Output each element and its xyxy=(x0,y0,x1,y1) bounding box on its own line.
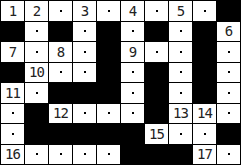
empty-letter-cell[interactable] xyxy=(169,22,192,42)
empty-letter-cell[interactable] xyxy=(49,1,72,21)
block-cell xyxy=(145,83,168,103)
empty-cell-dot xyxy=(36,30,38,32)
empty-letter-cell[interactable] xyxy=(25,42,48,62)
empty-letter-cell[interactable] xyxy=(1,104,24,124)
clue-number: 1 xyxy=(9,4,16,18)
empty-letter-cell[interactable] xyxy=(73,104,96,124)
empty-cell-dot xyxy=(84,71,86,73)
empty-letter-cell[interactable] xyxy=(169,124,192,144)
clue-number: 10 xyxy=(29,65,44,79)
empty-cell-dot xyxy=(156,51,158,53)
empty-cell-dot xyxy=(156,10,158,12)
empty-letter-cell[interactable] xyxy=(121,63,144,83)
empty-letter-cell[interactable] xyxy=(217,63,240,83)
empty-cell-dot xyxy=(36,92,38,94)
empty-letter-cell[interactable] xyxy=(193,124,216,144)
clue-number: 6 xyxy=(225,24,232,38)
empty-letter-cell[interactable] xyxy=(25,145,48,165)
empty-letter-cell[interactable] xyxy=(73,22,96,42)
empty-cell-dot xyxy=(84,30,86,32)
empty-cell-dot xyxy=(84,153,86,155)
empty-letter-cell[interactable] xyxy=(217,83,240,103)
empty-cell-dot xyxy=(204,10,206,12)
empty-letter-cell[interactable] xyxy=(217,42,240,62)
empty-letter-cell[interactable] xyxy=(145,42,168,62)
empty-cell-dot xyxy=(60,153,62,155)
numbered-cell-16[interactable]: 16 xyxy=(1,145,24,165)
numbered-cell-10[interactable]: 10 xyxy=(25,63,48,83)
numbered-cell-9[interactable]: 9 xyxy=(121,42,144,62)
empty-letter-cell[interactable] xyxy=(97,145,120,165)
numbered-cell-11[interactable]: 11 xyxy=(1,83,24,103)
empty-cell-dot xyxy=(228,71,230,73)
empty-letter-cell[interactable] xyxy=(121,104,144,124)
numbered-cell-2[interactable]: 2 xyxy=(25,1,48,21)
empty-letter-cell[interactable] xyxy=(169,42,192,62)
block-cell xyxy=(73,124,96,144)
empty-letter-cell[interactable] xyxy=(25,83,48,103)
block-cell xyxy=(73,83,96,103)
empty-cell-dot xyxy=(12,112,14,114)
clue-number: 17 xyxy=(197,147,212,161)
clue-number: 11 xyxy=(5,86,20,100)
block-cell xyxy=(97,124,120,144)
block-cell xyxy=(25,124,48,144)
numbered-cell-8[interactable]: 8 xyxy=(49,42,72,62)
empty-cell-dot xyxy=(180,133,182,135)
empty-letter-cell[interactable] xyxy=(1,124,24,144)
block-cell xyxy=(193,42,216,62)
empty-letter-cell[interactable] xyxy=(121,22,144,42)
numbered-cell-6[interactable]: 6 xyxy=(217,22,240,42)
empty-letter-cell[interactable] xyxy=(25,22,48,42)
empty-cell-dot xyxy=(180,71,182,73)
block-cell xyxy=(97,42,120,62)
numbered-cell-5[interactable]: 5 xyxy=(169,1,192,21)
clue-number: 15 xyxy=(149,127,164,141)
clue-number: 13 xyxy=(173,106,188,120)
empty-cell-dot xyxy=(180,51,182,53)
empty-letter-cell[interactable] xyxy=(217,104,240,124)
numbered-cell-12[interactable]: 12 xyxy=(49,104,72,124)
block-cell xyxy=(1,63,24,83)
empty-cell-dot xyxy=(36,153,38,155)
block-cell xyxy=(1,22,24,42)
empty-cell-dot xyxy=(228,51,230,53)
empty-letter-cell[interactable] xyxy=(217,145,240,165)
empty-letter-cell[interactable] xyxy=(49,63,72,83)
empty-letter-cell[interactable] xyxy=(49,145,72,165)
empty-cell-dot xyxy=(228,92,230,94)
empty-cell-dot xyxy=(108,153,110,155)
clue-number: 14 xyxy=(197,106,212,120)
empty-cell-dot xyxy=(132,112,134,114)
empty-cell-dot xyxy=(108,10,110,12)
clue-number: 7 xyxy=(9,45,16,59)
clue-number: 9 xyxy=(129,45,136,59)
empty-letter-cell[interactable] xyxy=(193,1,216,21)
block-cell xyxy=(217,1,240,21)
empty-cell-dot xyxy=(84,51,86,53)
numbered-cell-4[interactable]: 4 xyxy=(121,1,144,21)
block-cell xyxy=(97,83,120,103)
numbered-cell-3[interactable]: 3 xyxy=(73,1,96,21)
empty-cell-dot xyxy=(132,71,134,73)
block-cell xyxy=(145,145,168,165)
empty-letter-cell[interactable] xyxy=(73,145,96,165)
numbered-cell-14[interactable]: 14 xyxy=(193,104,216,124)
clue-number: 16 xyxy=(5,147,20,161)
block-cell xyxy=(193,63,216,83)
block-cell xyxy=(217,124,240,144)
clue-number: 12 xyxy=(53,106,68,120)
empty-cell-dot xyxy=(36,51,38,53)
empty-letter-cell[interactable] xyxy=(73,63,96,83)
block-cell xyxy=(121,145,144,165)
block-cell xyxy=(121,124,144,144)
crossword-diagram: 1234567891011121314151617 xyxy=(0,0,241,165)
numbered-cell-15[interactable]: 15 xyxy=(145,124,168,144)
empty-letter-cell[interactable] xyxy=(169,63,192,83)
empty-cell-dot xyxy=(132,30,134,32)
block-cell xyxy=(97,22,120,42)
clue-number: 8 xyxy=(57,45,64,59)
empty-cell-dot xyxy=(204,133,206,135)
empty-cell-dot xyxy=(84,112,86,114)
block-cell xyxy=(25,104,48,124)
block-cell xyxy=(193,83,216,103)
clue-number: 3 xyxy=(81,4,88,18)
crossword-board: 1234567891011121314151617 xyxy=(0,0,241,165)
numbered-cell-17[interactable]: 17 xyxy=(193,145,216,165)
empty-letter-cell[interactable] xyxy=(145,1,168,21)
empty-cell-dot xyxy=(60,71,62,73)
block-cell xyxy=(49,83,72,103)
block-cell xyxy=(145,22,168,42)
numbered-cell-7[interactable]: 7 xyxy=(1,42,24,62)
empty-cell-dot xyxy=(108,112,110,114)
empty-letter-cell[interactable] xyxy=(169,83,192,103)
empty-cell-dot xyxy=(180,30,182,32)
empty-cell-dot xyxy=(12,133,14,135)
empty-cell-dot xyxy=(228,153,230,155)
block-cell xyxy=(169,145,192,165)
clue-number: 4 xyxy=(129,4,136,18)
clue-number: 2 xyxy=(33,4,40,18)
empty-cell-dot xyxy=(60,10,62,12)
block-cell xyxy=(145,104,168,124)
empty-letter-cell[interactable] xyxy=(97,104,120,124)
empty-letter-cell[interactable] xyxy=(121,83,144,103)
block-cell xyxy=(193,22,216,42)
empty-cell-dot xyxy=(132,92,134,94)
empty-letter-cell[interactable] xyxy=(97,1,120,21)
empty-cell-dot xyxy=(180,92,182,94)
empty-cell-dot xyxy=(228,112,230,114)
numbered-cell-1[interactable]: 1 xyxy=(1,1,24,21)
numbered-cell-13[interactable]: 13 xyxy=(169,104,192,124)
block-cell xyxy=(145,63,168,83)
clue-number: 5 xyxy=(177,4,184,18)
block-cell xyxy=(97,63,120,83)
block-cell xyxy=(49,124,72,144)
empty-letter-cell[interactable] xyxy=(73,42,96,62)
block-cell xyxy=(49,22,72,42)
